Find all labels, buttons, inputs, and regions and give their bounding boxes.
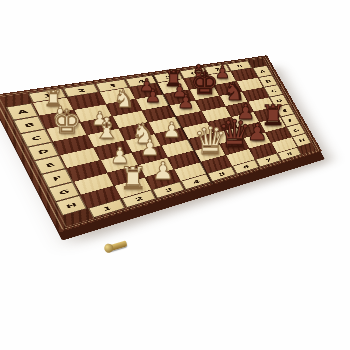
chess-set-photo: 12345678AABBCCDDEEFFGGHH12345678 ♜♟♚♟♞♝♟… <box>0 0 350 350</box>
brass-clasp <box>108 240 128 251</box>
